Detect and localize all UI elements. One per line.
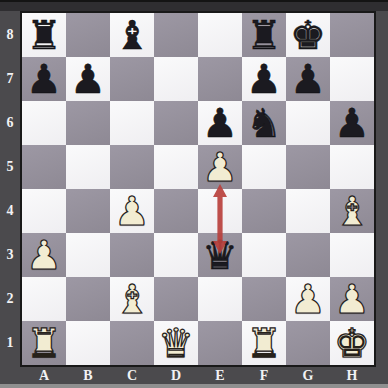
square-a3[interactable]: ♟: [22, 233, 66, 277]
window-bottom-edge: [0, 384, 388, 388]
window-top-edge: [0, 0, 388, 11]
square-b7[interactable]: ♟: [66, 57, 110, 101]
square-b2[interactable]: [66, 277, 110, 321]
piece-white-bishop[interactable]: ♝: [334, 189, 370, 233]
rank-label-5: 5: [0, 145, 20, 189]
file-label-c: C: [110, 367, 154, 384]
piece-black-pawn[interactable]: ♟: [290, 57, 326, 101]
piece-white-pawn[interactable]: ♟: [26, 233, 62, 277]
square-g8[interactable]: ♚: [286, 13, 330, 57]
square-h3[interactable]: [330, 233, 374, 277]
square-e1[interactable]: [198, 321, 242, 365]
piece-black-rook[interactable]: ♜: [246, 13, 282, 57]
file-label-e: E: [198, 367, 242, 384]
square-h4[interactable]: ♝: [330, 189, 374, 233]
square-b6[interactable]: [66, 101, 110, 145]
square-h5[interactable]: [330, 145, 374, 189]
square-f6[interactable]: ♞: [242, 101, 286, 145]
piece-white-pawn[interactable]: ♟: [290, 277, 326, 321]
piece-black-pawn[interactable]: ♟: [26, 57, 62, 101]
square-a5[interactable]: [22, 145, 66, 189]
square-b3[interactable]: [66, 233, 110, 277]
piece-white-rook[interactable]: ♜: [26, 321, 62, 365]
piece-black-pawn[interactable]: ♟: [246, 57, 282, 101]
piece-black-knight[interactable]: ♞: [246, 101, 282, 145]
square-a6[interactable]: [22, 101, 66, 145]
square-g3[interactable]: [286, 233, 330, 277]
square-f3[interactable]: [242, 233, 286, 277]
square-c8[interactable]: ♝: [110, 13, 154, 57]
piece-white-rook[interactable]: ♜: [246, 321, 282, 365]
square-a7[interactable]: ♟: [22, 57, 66, 101]
square-d2[interactable]: [154, 277, 198, 321]
square-c6[interactable]: [110, 101, 154, 145]
square-h8[interactable]: [330, 13, 374, 57]
piece-white-pawn[interactable]: ♟: [114, 189, 150, 233]
square-d8[interactable]: [154, 13, 198, 57]
square-c5[interactable]: [110, 145, 154, 189]
square-b4[interactable]: [66, 189, 110, 233]
rank-label-4: 4: [0, 189, 20, 233]
square-f7[interactable]: ♟: [242, 57, 286, 101]
square-c4[interactable]: ♟: [110, 189, 154, 233]
piece-black-pawn[interactable]: ♟: [334, 101, 370, 145]
rank-label-2: 2: [0, 277, 20, 321]
square-g5[interactable]: [286, 145, 330, 189]
square-c7[interactable]: [110, 57, 154, 101]
file-label-g: G: [286, 367, 330, 384]
file-labels: ABCDEFGH: [22, 367, 374, 384]
rank-label-1: 1: [0, 321, 20, 365]
file-label-b: B: [66, 367, 110, 384]
square-c2[interactable]: ♝: [110, 277, 154, 321]
square-d6[interactable]: [154, 101, 198, 145]
square-a1[interactable]: ♜: [22, 321, 66, 365]
piece-black-king[interactable]: ♚: [290, 13, 326, 57]
square-a2[interactable]: [22, 277, 66, 321]
square-d1[interactable]: ♛: [154, 321, 198, 365]
square-b1[interactable]: [66, 321, 110, 365]
square-e2[interactable]: [198, 277, 242, 321]
piece-white-pawn[interactable]: ♟: [202, 145, 238, 189]
file-label-d: D: [154, 367, 198, 384]
square-f5[interactable]: [242, 145, 286, 189]
piece-white-king[interactable]: ♚: [334, 321, 370, 365]
square-e6[interactable]: ♟: [198, 101, 242, 145]
rank-label-8: 8: [0, 13, 20, 57]
square-e8[interactable]: [198, 13, 242, 57]
square-f8[interactable]: ♜: [242, 13, 286, 57]
square-d7[interactable]: [154, 57, 198, 101]
square-e5[interactable]: ♟: [198, 145, 242, 189]
square-g7[interactable]: ♟: [286, 57, 330, 101]
board-grid: ♜♝♜♚♟♟♟♟♟♞♟♟♟♝♟♛♝♟♟♜♛♜♚: [22, 13, 374, 365]
square-h2[interactable]: ♟: [330, 277, 374, 321]
square-d4[interactable]: [154, 189, 198, 233]
square-f1[interactable]: ♜: [242, 321, 286, 365]
piece-white-bishop[interactable]: ♝: [114, 277, 150, 321]
piece-black-bishop[interactable]: ♝: [114, 13, 150, 57]
square-f4[interactable]: [242, 189, 286, 233]
square-g6[interactable]: [286, 101, 330, 145]
piece-black-pawn[interactable]: ♟: [202, 101, 238, 145]
rank-label-6: 6: [0, 101, 20, 145]
square-a4[interactable]: [22, 189, 66, 233]
square-e7[interactable]: [198, 57, 242, 101]
piece-black-pawn[interactable]: ♟: [70, 57, 106, 101]
rank-label-3: 3: [0, 233, 20, 277]
piece-white-pawn[interactable]: ♟: [334, 277, 370, 321]
square-d3[interactable]: [154, 233, 198, 277]
square-a8[interactable]: ♜: [22, 13, 66, 57]
square-c1[interactable]: [110, 321, 154, 365]
square-e4[interactable]: [198, 189, 242, 233]
square-d5[interactable]: [154, 145, 198, 189]
file-label-h: H: [330, 367, 374, 384]
chess-board-app: 87654321 ♜♝♜♚♟♟♟♟♟♞♟♟♟♝♟♛♝♟♟♜♛♜♚ ABCDEFG…: [0, 0, 388, 388]
piece-black-queen[interactable]: ♛: [202, 233, 238, 277]
square-h7[interactable]: [330, 57, 374, 101]
square-b5[interactable]: [66, 145, 110, 189]
square-g2[interactable]: ♟: [286, 277, 330, 321]
rank-label-7: 7: [0, 57, 20, 101]
file-label-a: A: [22, 367, 66, 384]
square-f2[interactable]: [242, 277, 286, 321]
square-g4[interactable]: [286, 189, 330, 233]
square-b8[interactable]: [66, 13, 110, 57]
piece-white-queen[interactable]: ♛: [158, 321, 194, 365]
square-e3[interactable]: ♛: [198, 233, 242, 277]
square-g1[interactable]: [286, 321, 330, 365]
square-h1[interactable]: ♚: [330, 321, 374, 365]
square-c3[interactable]: [110, 233, 154, 277]
file-label-f: F: [242, 367, 286, 384]
square-h6[interactable]: ♟: [330, 101, 374, 145]
rank-labels: 87654321: [0, 13, 20, 365]
chess-board: ♜♝♜♚♟♟♟♟♟♞♟♟♟♝♟♛♝♟♟♜♛♜♚: [20, 11, 376, 367]
piece-black-rook[interactable]: ♜: [26, 13, 62, 57]
